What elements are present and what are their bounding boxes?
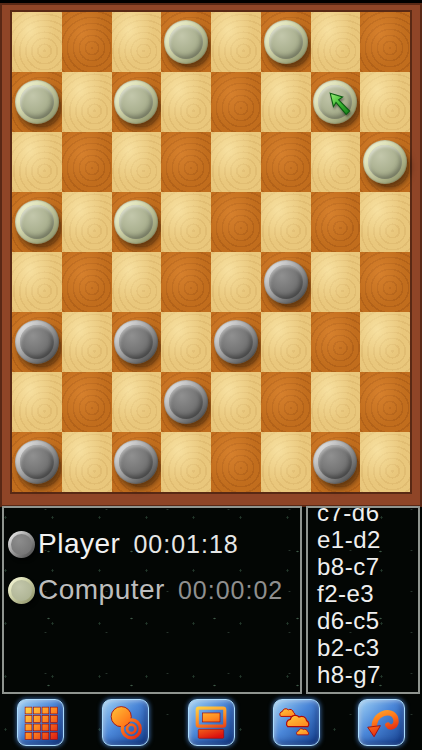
square-g2[interactable] [311, 372, 361, 432]
checker-face [119, 205, 153, 239]
checker-face [269, 25, 303, 59]
square-h6[interactable] [360, 132, 410, 192]
square-f2[interactable] [261, 372, 311, 432]
square-c7[interactable] [112, 72, 162, 132]
checker-green[interactable] [114, 200, 158, 244]
square-a1[interactable] [12, 432, 62, 492]
checker-face [20, 205, 54, 239]
square-b3[interactable] [62, 312, 112, 372]
square-f8[interactable] [261, 12, 311, 72]
checker-green[interactable] [15, 80, 59, 124]
computer-checker-icon [8, 577, 35, 604]
square-c3[interactable] [112, 312, 162, 372]
square-c6[interactable] [112, 132, 162, 192]
square-h8[interactable] [360, 12, 410, 72]
checker-face [119, 325, 153, 359]
checker-face [20, 445, 54, 479]
square-e6[interactable] [211, 132, 261, 192]
checker-green[interactable] [164, 20, 208, 64]
clocks-panel: Player 00:01:18 Computer 00:00:02 [2, 506, 302, 694]
move-entry: e1-d2 [317, 526, 418, 553]
square-f1[interactable] [261, 432, 311, 492]
square-h3[interactable] [360, 312, 410, 372]
checker-face [20, 325, 54, 359]
square-d1[interactable] [161, 432, 211, 492]
checker-face [169, 25, 203, 59]
move-entry: c7-d6 [317, 506, 418, 526]
move-entry: d6-c5 [317, 607, 418, 634]
square-e5[interactable] [211, 192, 261, 252]
square-a4[interactable] [12, 252, 62, 312]
player-time: 00:01:18 [133, 530, 238, 559]
square-g6[interactable] [311, 132, 361, 192]
square-b5[interactable] [62, 192, 112, 252]
square-d3[interactable] [161, 312, 211, 372]
square-g1[interactable] [311, 432, 361, 492]
square-d4[interactable] [161, 252, 211, 312]
square-d7[interactable] [161, 72, 211, 132]
pieces-style-button[interactable] [102, 699, 149, 746]
checker-face [20, 85, 54, 119]
square-b8[interactable] [62, 12, 112, 72]
checker-green[interactable] [15, 200, 59, 244]
grid-icon [23, 705, 59, 741]
checker-gray[interactable] [114, 440, 158, 484]
computer-time: 00:00:02 [178, 576, 283, 605]
square-a2[interactable] [12, 372, 62, 432]
square-f4[interactable] [261, 252, 311, 312]
checker-gray[interactable] [313, 440, 357, 484]
square-e2[interactable] [211, 372, 261, 432]
square-e3[interactable] [211, 312, 261, 372]
square-c4[interactable] [112, 252, 162, 312]
square-e7[interactable] [211, 72, 261, 132]
square-b2[interactable] [62, 372, 112, 432]
clouds-icon [278, 705, 314, 741]
square-e8[interactable] [211, 12, 261, 72]
move-entry: b8-c7 [317, 553, 418, 580]
square-h7[interactable] [360, 72, 410, 132]
computer-clock-row: Computer 00:00:02 [8, 574, 283, 606]
square-g5[interactable] [311, 192, 361, 252]
undo-move-button[interactable] [358, 699, 405, 746]
square-d2[interactable] [161, 372, 211, 432]
game-screen-button[interactable] [188, 699, 235, 746]
checker-face [368, 145, 402, 179]
checker-face [169, 385, 203, 419]
square-f5[interactable] [261, 192, 311, 252]
checker-green[interactable] [363, 140, 407, 184]
undo-arrow-icon [364, 705, 400, 741]
checker-green[interactable] [264, 20, 308, 64]
player-label: Player [38, 528, 120, 560]
player-clock-row: Player 00:01:18 [8, 528, 239, 560]
monitor-icon [193, 705, 229, 741]
checker-face [119, 445, 153, 479]
move-list[interactable]: c7-d6e1-d2b8-c7f2-e3d6-c5b2-c3h8-g7 [306, 506, 420, 694]
square-a3[interactable] [12, 312, 62, 372]
square-e4[interactable] [211, 252, 261, 312]
square-a5[interactable] [12, 192, 62, 252]
square-f3[interactable] [261, 312, 311, 372]
square-a6[interactable] [12, 132, 62, 192]
move-entry: h8-g7 [317, 661, 418, 688]
toolbar [0, 699, 422, 747]
computer-label: Computer [38, 574, 165, 606]
square-b6[interactable] [62, 132, 112, 192]
square-b7[interactable] [62, 72, 112, 132]
checker-face [119, 85, 153, 119]
board-frame [0, 3, 422, 507]
square-e1[interactable] [211, 432, 261, 492]
square-f6[interactable] [261, 132, 311, 192]
checker-gray[interactable] [264, 260, 308, 304]
checker-face [219, 325, 253, 359]
square-b1[interactable] [62, 432, 112, 492]
square-h1[interactable] [360, 432, 410, 492]
board [12, 12, 410, 492]
square-c2[interactable] [112, 372, 162, 432]
square-g8[interactable] [311, 12, 361, 72]
cursor-arrow-icon [328, 91, 354, 117]
square-f7[interactable] [261, 72, 311, 132]
player-checker-icon [8, 531, 35, 558]
checker-green[interactable] [114, 80, 158, 124]
checker-face [318, 445, 352, 479]
square-d6[interactable] [161, 132, 211, 192]
square-h5[interactable] [360, 192, 410, 252]
square-g7[interactable] [311, 72, 361, 132]
square-g3[interactable] [311, 312, 361, 372]
square-h4[interactable] [360, 252, 410, 312]
checker-gray[interactable] [15, 320, 59, 364]
move-entry: f2-e3 [317, 580, 418, 607]
move-entry: b2-c3 [317, 634, 418, 661]
checker-gray[interactable] [15, 440, 59, 484]
checker-face [269, 265, 303, 299]
square-d8[interactable] [161, 12, 211, 72]
square-c8[interactable] [112, 12, 162, 72]
background-button[interactable] [273, 699, 320, 746]
checkers-pieces-icon [108, 705, 144, 741]
square-a8[interactable] [12, 12, 62, 72]
checker-gray[interactable] [214, 320, 258, 364]
app-screen: Player 00:01:18 Computer 00:00:02 c7-d6e… [0, 0, 422, 750]
checker-gray[interactable] [164, 380, 208, 424]
square-h2[interactable] [360, 372, 410, 432]
square-d5[interactable] [161, 192, 211, 252]
checker-gray[interactable] [114, 320, 158, 364]
square-a7[interactable] [12, 72, 62, 132]
square-c1[interactable] [112, 432, 162, 492]
square-c5[interactable] [112, 192, 162, 252]
square-g4[interactable] [311, 252, 361, 312]
square-b4[interactable] [62, 252, 112, 312]
board-style-button[interactable] [17, 699, 64, 746]
